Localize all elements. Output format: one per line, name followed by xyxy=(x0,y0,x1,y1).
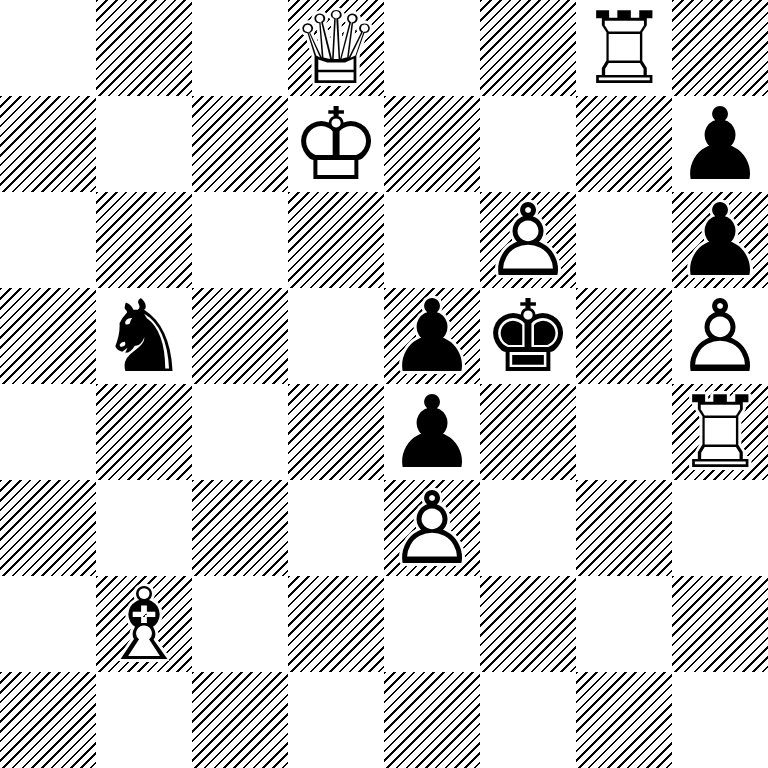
square-d1[interactable] xyxy=(288,672,384,768)
square-d3[interactable] xyxy=(288,480,384,576)
square-c4[interactable] xyxy=(192,384,288,480)
piece-black-pawn[interactable]: ♟♟ xyxy=(672,96,768,192)
square-h1[interactable] xyxy=(672,672,768,768)
piece-white-queen[interactable]: ♛♕ xyxy=(288,0,384,96)
square-b3[interactable] xyxy=(96,480,192,576)
piece-glyph: ♔ xyxy=(288,96,384,192)
piece-black-pawn[interactable]: ♟♟ xyxy=(672,192,768,288)
piece-black-pawn[interactable]: ♟♟ xyxy=(384,288,480,384)
square-a7[interactable] xyxy=(0,96,96,192)
square-c7[interactable] xyxy=(192,96,288,192)
square-f6[interactable]: ♟♙ xyxy=(480,192,576,288)
square-e1[interactable] xyxy=(384,672,480,768)
square-b5[interactable]: ♞♞ xyxy=(96,288,192,384)
piece-glyph: ♚ xyxy=(480,288,576,384)
piece-glyph: ♞ xyxy=(96,288,192,384)
square-d8[interactable]: ♛♕ xyxy=(288,0,384,96)
square-f8[interactable] xyxy=(480,0,576,96)
square-a1[interactable] xyxy=(0,672,96,768)
square-c5[interactable] xyxy=(192,288,288,384)
square-h6[interactable]: ♟♟ xyxy=(672,192,768,288)
square-e7[interactable] xyxy=(384,96,480,192)
square-a8[interactable] xyxy=(0,0,96,96)
square-a5[interactable] xyxy=(0,288,96,384)
square-d4[interactable] xyxy=(288,384,384,480)
square-f3[interactable] xyxy=(480,480,576,576)
square-c3[interactable] xyxy=(192,480,288,576)
square-f2[interactable] xyxy=(480,576,576,672)
square-b4[interactable] xyxy=(96,384,192,480)
square-g7[interactable] xyxy=(576,96,672,192)
square-b8[interactable] xyxy=(96,0,192,96)
piece-white-pawn[interactable]: ♟♙ xyxy=(384,480,480,576)
square-b6[interactable] xyxy=(96,192,192,288)
square-g8[interactable]: ♜♖ xyxy=(576,0,672,96)
square-b1[interactable] xyxy=(96,672,192,768)
piece-glyph: ♟ xyxy=(672,96,768,192)
square-d7[interactable]: ♚♔ xyxy=(288,96,384,192)
piece-glyph: ♙ xyxy=(672,288,768,384)
square-b2[interactable]: ♝♗ xyxy=(96,576,192,672)
square-h5[interactable]: ♟♙ xyxy=(672,288,768,384)
piece-white-rook[interactable]: ♜♖ xyxy=(576,0,672,96)
square-h2[interactable] xyxy=(672,576,768,672)
square-b7[interactable] xyxy=(96,96,192,192)
square-f4[interactable] xyxy=(480,384,576,480)
piece-black-pawn[interactable]: ♟♟ xyxy=(384,384,480,480)
piece-white-pawn[interactable]: ♟♙ xyxy=(480,192,576,288)
square-a6[interactable] xyxy=(0,192,96,288)
piece-glyph: ♟ xyxy=(384,288,480,384)
square-f7[interactable] xyxy=(480,96,576,192)
square-g5[interactable] xyxy=(576,288,672,384)
square-d6[interactable] xyxy=(288,192,384,288)
square-g6[interactable] xyxy=(576,192,672,288)
square-g3[interactable] xyxy=(576,480,672,576)
square-g1[interactable] xyxy=(576,672,672,768)
piece-glyph: ♗ xyxy=(96,576,192,672)
square-e5[interactable]: ♟♟ xyxy=(384,288,480,384)
piece-white-pawn[interactable]: ♟♙ xyxy=(672,288,768,384)
piece-black-knight[interactable]: ♞♞ xyxy=(96,288,192,384)
piece-black-king[interactable]: ♚♚ xyxy=(480,288,576,384)
piece-white-king[interactable]: ♚♔ xyxy=(288,96,384,192)
piece-glyph: ♙ xyxy=(384,480,480,576)
piece-glyph: ♟ xyxy=(672,192,768,288)
square-e2[interactable] xyxy=(384,576,480,672)
square-a3[interactable] xyxy=(0,480,96,576)
chess-board: ♛♕♜♖♚♔♟♟♟♙♟♟♞♞♟♟♚♚♟♙♟♟♜♖♟♙♝♗ xyxy=(0,0,768,768)
square-h7[interactable]: ♟♟ xyxy=(672,96,768,192)
square-c8[interactable] xyxy=(192,0,288,96)
square-d5[interactable] xyxy=(288,288,384,384)
square-e3[interactable]: ♟♙ xyxy=(384,480,480,576)
piece-white-rook[interactable]: ♜♖ xyxy=(672,384,768,480)
square-c1[interactable] xyxy=(192,672,288,768)
square-f5[interactable]: ♚♚ xyxy=(480,288,576,384)
square-h8[interactable] xyxy=(672,0,768,96)
square-e6[interactable] xyxy=(384,192,480,288)
square-a2[interactable] xyxy=(0,576,96,672)
square-g4[interactable] xyxy=(576,384,672,480)
piece-glyph: ♙ xyxy=(480,192,576,288)
square-a4[interactable] xyxy=(0,384,96,480)
square-c6[interactable] xyxy=(192,192,288,288)
square-g2[interactable] xyxy=(576,576,672,672)
piece-white-bishop[interactable]: ♝♗ xyxy=(96,576,192,672)
square-h4[interactable]: ♜♖ xyxy=(672,384,768,480)
square-c2[interactable] xyxy=(192,576,288,672)
square-h3[interactable] xyxy=(672,480,768,576)
piece-glyph: ♕ xyxy=(288,0,384,96)
piece-glyph: ♖ xyxy=(672,384,768,480)
square-e4[interactable]: ♟♟ xyxy=(384,384,480,480)
square-e8[interactable] xyxy=(384,0,480,96)
piece-glyph: ♟ xyxy=(384,384,480,480)
square-d2[interactable] xyxy=(288,576,384,672)
square-f1[interactable] xyxy=(480,672,576,768)
piece-glyph: ♖ xyxy=(576,0,672,96)
